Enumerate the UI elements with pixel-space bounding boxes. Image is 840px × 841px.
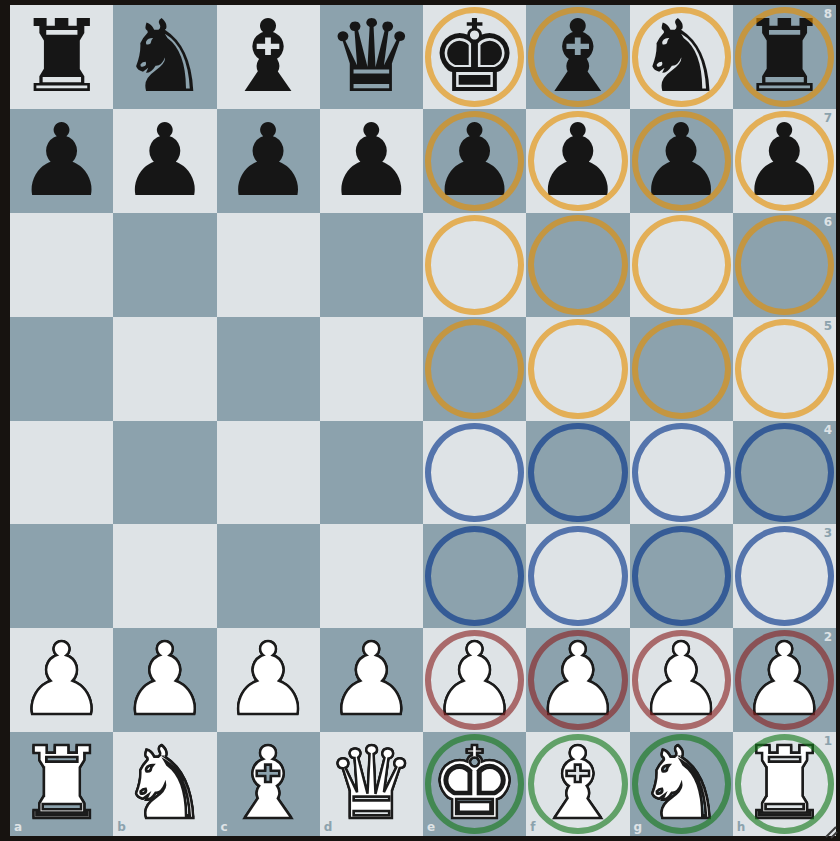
piece-black-rook[interactable]: ♜	[733, 5, 836, 109]
piece-black-pawn[interactable]: ♟	[10, 109, 113, 213]
coord-file-c: c	[221, 821, 228, 833]
square-g7[interactable]: ♟	[630, 109, 733, 213]
square-d4[interactable]	[320, 421, 423, 525]
piece-white-pawn[interactable]: ♟	[10, 628, 113, 732]
square-g8[interactable]: ♞	[630, 5, 733, 109]
square-e5[interactable]	[423, 317, 526, 421]
annotation-circle-yellow-g6	[632, 215, 731, 315]
piece-white-knight[interactable]: ♞	[113, 732, 216, 836]
annotation-circle-yellow-e6	[425, 215, 524, 315]
piece-white-pawn[interactable]: ♟	[423, 628, 526, 732]
square-e2[interactable]: ♟	[423, 628, 526, 732]
square-e4[interactable]	[423, 421, 526, 525]
square-a7[interactable]: ♟	[10, 109, 113, 213]
square-e7[interactable]: ♟	[423, 109, 526, 213]
square-b1[interactable]: ♞b	[113, 732, 216, 836]
piece-black-pawn[interactable]: ♟	[630, 109, 733, 213]
piece-white-pawn[interactable]: ♟	[526, 628, 629, 732]
annotation-circle-blue-f3	[528, 526, 627, 626]
square-b7[interactable]: ♟	[113, 109, 216, 213]
square-f3[interactable]	[526, 524, 629, 628]
square-g1[interactable]: ♞g	[630, 732, 733, 836]
square-a8[interactable]: ♜	[10, 5, 113, 109]
square-d8[interactable]: ♛	[320, 5, 423, 109]
piece-black-bishop[interactable]: ♝	[217, 5, 320, 109]
annotation-circle-blue-g4	[632, 423, 731, 523]
coord-file-e: e	[427, 821, 435, 833]
square-a1[interactable]: ♜a	[10, 732, 113, 836]
square-b6[interactable]	[113, 213, 216, 317]
square-d3[interactable]	[320, 524, 423, 628]
square-a5[interactable]	[10, 317, 113, 421]
piece-black-pawn[interactable]: ♟	[526, 109, 629, 213]
board-frame: ♜♞♝♛♚♝♞♜8♟♟♟♟♟♟♟♟76543♟♟♟♟♟♟♟♟2♜a♞b♝c♛d♚…	[0, 0, 840, 841]
square-e8[interactable]: ♚	[423, 5, 526, 109]
piece-white-knight[interactable]: ♞	[630, 732, 733, 836]
square-d2[interactable]: ♟	[320, 628, 423, 732]
coord-file-f: f	[530, 821, 535, 833]
square-f6[interactable]	[526, 213, 629, 317]
square-g5[interactable]	[630, 317, 733, 421]
square-c6[interactable]	[217, 213, 320, 317]
square-f2[interactable]: ♟	[526, 628, 629, 732]
square-h2[interactable]: ♟2	[733, 628, 836, 732]
piece-black-rook[interactable]: ♜	[10, 5, 113, 109]
piece-white-pawn[interactable]: ♟	[113, 628, 216, 732]
square-a3[interactable]	[10, 524, 113, 628]
square-f4[interactable]	[526, 421, 629, 525]
square-g2[interactable]: ♟	[630, 628, 733, 732]
annotation-circle-yellow-e5	[425, 319, 524, 419]
square-e3[interactable]	[423, 524, 526, 628]
square-c3[interactable]	[217, 524, 320, 628]
square-f5[interactable]	[526, 317, 629, 421]
square-c7[interactable]: ♟	[217, 109, 320, 213]
coord-file-h: h	[737, 821, 746, 833]
square-h5[interactable]: 5	[733, 317, 836, 421]
coord-rank-7: 7	[824, 112, 832, 124]
square-b5[interactable]	[113, 317, 216, 421]
piece-black-pawn[interactable]: ♟	[423, 109, 526, 213]
square-g3[interactable]	[630, 524, 733, 628]
square-c2[interactable]: ♟	[217, 628, 320, 732]
annotation-circle-yellow-h5	[735, 319, 834, 419]
coord-file-a: a	[14, 821, 22, 833]
square-h7[interactable]: ♟7	[733, 109, 836, 213]
square-d1[interactable]: ♛d	[320, 732, 423, 836]
piece-white-rook[interactable]: ♜	[733, 732, 836, 836]
square-h6[interactable]: 6	[733, 213, 836, 317]
piece-black-pawn[interactable]: ♟	[113, 109, 216, 213]
piece-white-rook[interactable]: ♜	[10, 732, 113, 836]
square-f7[interactable]: ♟	[526, 109, 629, 213]
annotation-circle-blue-g3	[632, 526, 731, 626]
square-f1[interactable]: ♝f	[526, 732, 629, 836]
coord-file-g: g	[634, 821, 643, 833]
square-d6[interactable]	[320, 213, 423, 317]
square-c8[interactable]: ♝	[217, 5, 320, 109]
square-g6[interactable]	[630, 213, 733, 317]
piece-black-queen[interactable]: ♛	[320, 5, 423, 109]
piece-white-pawn[interactable]: ♟	[630, 628, 733, 732]
square-c1[interactable]: ♝c	[217, 732, 320, 836]
piece-black-knight[interactable]: ♞	[630, 5, 733, 109]
piece-white-queen[interactable]: ♛	[320, 732, 423, 836]
piece-white-pawn[interactable]: ♟	[320, 628, 423, 732]
piece-black-pawn[interactable]: ♟	[217, 109, 320, 213]
annotation-circle-yellow-f5	[528, 319, 627, 419]
square-a4[interactable]	[10, 421, 113, 525]
annotation-circle-blue-h3	[735, 526, 834, 626]
annotation-circle-yellow-h6	[735, 215, 834, 315]
coord-rank-8: 8	[824, 8, 832, 20]
piece-white-bishop[interactable]: ♝	[217, 732, 320, 836]
piece-black-pawn[interactable]: ♟	[320, 109, 423, 213]
piece-black-knight[interactable]: ♞	[113, 5, 216, 109]
piece-white-bishop[interactable]: ♝	[526, 732, 629, 836]
piece-white-pawn[interactable]: ♟	[217, 628, 320, 732]
coord-rank-1: 1	[824, 735, 832, 747]
square-a6[interactable]	[10, 213, 113, 317]
square-h4[interactable]: 4	[733, 421, 836, 525]
annotation-circle-yellow-f6	[528, 215, 627, 315]
square-e6[interactable]	[423, 213, 526, 317]
square-c4[interactable]	[217, 421, 320, 525]
square-b8[interactable]: ♞	[113, 5, 216, 109]
annotation-circle-yellow-g5	[632, 319, 731, 419]
square-h1[interactable]: ♜1h	[733, 732, 836, 836]
square-a2[interactable]: ♟	[10, 628, 113, 732]
piece-black-bishop[interactable]: ♝	[526, 5, 629, 109]
annotation-circle-blue-e4	[425, 423, 524, 523]
coord-rank-6: 6	[824, 216, 832, 228]
coord-rank-4: 4	[824, 424, 832, 436]
square-b3[interactable]	[113, 524, 216, 628]
coord-file-d: d	[324, 821, 333, 833]
coord-rank-5: 5	[824, 320, 832, 332]
piece-black-pawn[interactable]: ♟	[733, 109, 836, 213]
coord-rank-2: 2	[824, 631, 832, 643]
coord-file-b: b	[117, 821, 126, 833]
square-h3[interactable]: 3	[733, 524, 836, 628]
annotation-circle-blue-e3	[425, 526, 524, 626]
square-e1[interactable]: ♚e	[423, 732, 526, 836]
annotation-circle-blue-h4	[735, 423, 834, 523]
square-g4[interactable]	[630, 421, 733, 525]
square-b2[interactable]: ♟	[113, 628, 216, 732]
resize-handle-icon[interactable]	[823, 824, 839, 840]
piece-white-pawn[interactable]: ♟	[733, 628, 836, 732]
coord-rank-3: 3	[824, 527, 832, 539]
piece-black-king[interactable]: ♚	[423, 5, 526, 109]
chess-board: ♜♞♝♛♚♝♞♜8♟♟♟♟♟♟♟♟76543♟♟♟♟♟♟♟♟2♜a♞b♝c♛d♚…	[10, 5, 836, 836]
square-f8[interactable]: ♝	[526, 5, 629, 109]
square-c5[interactable]	[217, 317, 320, 421]
square-d7[interactable]: ♟	[320, 109, 423, 213]
piece-white-king[interactable]: ♚	[423, 732, 526, 836]
square-b4[interactable]	[113, 421, 216, 525]
square-d5[interactable]	[320, 317, 423, 421]
annotation-circle-blue-f4	[528, 423, 627, 523]
square-h8[interactable]: ♜8	[733, 5, 836, 109]
